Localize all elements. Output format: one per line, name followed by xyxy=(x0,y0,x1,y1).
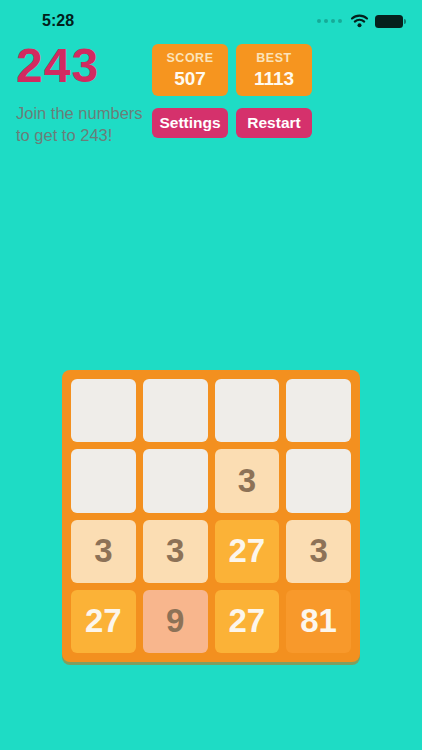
tile-27-r4c3: 27 xyxy=(215,590,280,653)
best-value: 1113 xyxy=(236,68,312,90)
empty-cell xyxy=(143,449,208,512)
settings-button[interactable]: Settings xyxy=(152,108,228,138)
empty-cell xyxy=(71,449,136,512)
status-icons xyxy=(317,14,407,28)
page-title: 243 xyxy=(16,42,99,90)
cellular-signal-icon xyxy=(317,19,342,23)
status-time: 5:28 xyxy=(42,12,74,30)
empty-cell xyxy=(286,449,351,512)
subtitle-line1: Join the numbers xyxy=(16,102,143,124)
score-value: 507 xyxy=(152,68,228,90)
empty-cell xyxy=(215,379,280,442)
restart-button[interactable]: Restart xyxy=(236,108,312,138)
tile-3-r2c3: 3 xyxy=(215,449,280,512)
battery-icon xyxy=(375,15,407,28)
empty-cell xyxy=(71,379,136,442)
score-box: SCORE 507 xyxy=(152,44,228,96)
tile-3-r3c1: 3 xyxy=(71,520,136,583)
tile-81-r4c4: 81 xyxy=(286,590,351,653)
tile-27-r3c3: 27 xyxy=(215,520,280,583)
status-bar: 5:28 xyxy=(0,0,422,44)
wifi-icon xyxy=(350,14,369,28)
subtitle-line2: to get to 243! xyxy=(16,124,143,146)
score-label: SCORE xyxy=(152,51,228,65)
tile-3-r3c4: 3 xyxy=(286,520,351,583)
empty-cell xyxy=(143,379,208,442)
tile-9-r4c2: 9 xyxy=(143,590,208,653)
best-box: BEST 1113 xyxy=(236,44,312,96)
empty-cell xyxy=(286,379,351,442)
tile-27-r4c1: 27 xyxy=(71,590,136,653)
board[interactable]: 3332732792781 xyxy=(62,370,360,662)
tile-3-r3c2: 3 xyxy=(143,520,208,583)
subtitle: Join the numbers to get to 243! xyxy=(16,102,143,146)
best-label: BEST xyxy=(236,51,312,65)
